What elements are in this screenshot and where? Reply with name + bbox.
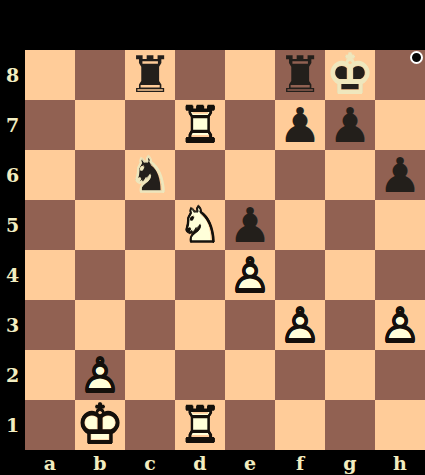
file-label-h: h [375, 450, 425, 475]
white-pawn-outline-icon: ♙ [75, 350, 125, 400]
square-e1[interactable] [225, 400, 275, 450]
square-d2[interactable] [175, 350, 225, 400]
square-c3[interactable] [125, 300, 175, 350]
white-rook-outline-icon: ♖ [175, 100, 225, 150]
square-f1[interactable] [275, 400, 325, 450]
white-pawn-glyph-icon: ♟ [75, 350, 125, 400]
square-b8[interactable] [75, 50, 125, 100]
rank-label-2: 2 [0, 350, 25, 400]
square-b5[interactable] [75, 200, 125, 250]
rank-label-6: 6 [0, 150, 25, 200]
piece-white-pawn-b2[interactable]: ♟♙ [75, 350, 125, 400]
square-h6[interactable]: ♟♙ [375, 150, 425, 200]
piece-black-pawn-f7[interactable]: ♟♙ [275, 100, 325, 150]
square-g2[interactable] [325, 350, 375, 400]
square-e5[interactable]: ♟♙ [225, 200, 275, 250]
black-king-glyph-icon: ♚ [325, 50, 375, 100]
square-c8[interactable]: ♜♖ [125, 50, 175, 100]
piece-black-rook-f8[interactable]: ♜♖ [275, 50, 325, 100]
square-c1[interactable] [125, 400, 175, 450]
black-rook-glyph-icon: ♜ [125, 50, 175, 100]
square-h3[interactable]: ♟♙ [375, 300, 425, 350]
rank-label-5: 5 [0, 200, 25, 250]
rank-label-3: 3 [0, 300, 25, 350]
white-pawn-outline-icon: ♙ [375, 300, 425, 350]
square-g1[interactable] [325, 400, 375, 450]
square-d4[interactable] [175, 250, 225, 300]
square-f5[interactable] [275, 200, 325, 250]
square-a1[interactable] [25, 400, 75, 450]
square-d8[interactable] [175, 50, 225, 100]
chess-board: ♜♖♜♖♚♔♜♖♟♙♟♙♞♘♟♙♞♘♟♙♟♙♟♙♟♙♟♙♚♔♜♖ [25, 50, 425, 450]
piece-white-pawn-e4[interactable]: ♟♙ [225, 250, 275, 300]
square-b4[interactable] [75, 250, 125, 300]
black-knight-glyph-icon: ♞ [125, 150, 175, 200]
square-a2[interactable] [25, 350, 75, 400]
white-pawn-glyph-icon: ♟ [225, 250, 275, 300]
square-g5[interactable] [325, 200, 375, 250]
file-label-c: c [125, 450, 175, 475]
square-g4[interactable] [325, 250, 375, 300]
square-e4[interactable]: ♟♙ [225, 250, 275, 300]
white-rook-glyph-icon: ♜ [175, 400, 225, 450]
square-a8[interactable] [25, 50, 75, 100]
chess-diagram-canvas: 87654321 ♜♖♜♖♚♔♜♖♟♙♟♙♞♘♟♙♞♘♟♙♟♙♟♙♟♙♟♙♚♔♜… [0, 0, 425, 475]
square-f8[interactable]: ♜♖ [275, 50, 325, 100]
rank-label-1: 1 [0, 400, 25, 450]
square-e8[interactable] [225, 50, 275, 100]
square-e6[interactable] [225, 150, 275, 200]
square-a4[interactable] [25, 250, 75, 300]
square-g7[interactable]: ♟♙ [325, 100, 375, 150]
file-label-g: g [325, 450, 375, 475]
black-rook-glyph-icon: ♜ [275, 50, 325, 100]
square-d7[interactable]: ♜♖ [175, 100, 225, 150]
file-label-e: e [225, 450, 275, 475]
piece-black-knight-c6[interactable]: ♞♘ [125, 150, 175, 200]
square-b6[interactable] [75, 150, 125, 200]
piece-white-knight-d5[interactable]: ♞♘ [175, 200, 225, 250]
square-d3[interactable] [175, 300, 225, 350]
white-knight-outline-icon: ♘ [175, 200, 225, 250]
rank-labels: 87654321 [0, 50, 25, 450]
square-e2[interactable] [225, 350, 275, 400]
square-a6[interactable] [25, 150, 75, 200]
square-e7[interactable] [225, 100, 275, 150]
square-h1[interactable] [375, 400, 425, 450]
square-b1[interactable]: ♚♔ [75, 400, 125, 450]
black-knight-outline-icon: ♘ [125, 150, 175, 200]
white-pawn-glyph-icon: ♟ [275, 300, 325, 350]
square-f7[interactable]: ♟♙ [275, 100, 325, 150]
piece-black-pawn-h6[interactable]: ♟♙ [375, 150, 425, 200]
black-to-move-dot-icon [410, 51, 423, 64]
black-pawn-glyph-icon: ♟ [275, 100, 325, 150]
square-f3[interactable]: ♟♙ [275, 300, 325, 350]
square-a3[interactable] [25, 300, 75, 350]
piece-black-pawn-e5[interactable]: ♟♙ [225, 200, 275, 250]
white-pawn-outline-icon: ♙ [275, 300, 325, 350]
square-c4[interactable] [125, 250, 175, 300]
white-rook-glyph-icon: ♜ [175, 100, 225, 150]
square-a7[interactable] [25, 100, 75, 150]
square-b7[interactable] [75, 100, 125, 150]
square-g3[interactable] [325, 300, 375, 350]
piece-white-rook-d7[interactable]: ♜♖ [175, 100, 225, 150]
piece-white-pawn-f3[interactable]: ♟♙ [275, 300, 325, 350]
square-c2[interactable] [125, 350, 175, 400]
file-label-f: f [275, 450, 325, 475]
square-f4[interactable] [275, 250, 325, 300]
piece-white-rook-d1[interactable]: ♜♖ [175, 400, 225, 450]
square-h5[interactable] [375, 200, 425, 250]
square-h2[interactable] [375, 350, 425, 400]
square-b2[interactable]: ♟♙ [75, 350, 125, 400]
black-pawn-glyph-icon: ♟ [325, 100, 375, 150]
piece-black-pawn-g7[interactable]: ♟♙ [325, 100, 375, 150]
square-g8[interactable]: ♚♔ [325, 50, 375, 100]
square-b3[interactable] [75, 300, 125, 350]
piece-white-pawn-h3[interactable]: ♟♙ [375, 300, 425, 350]
square-c6[interactable]: ♞♘ [125, 150, 175, 200]
square-c7[interactable] [125, 100, 175, 150]
file-label-a: a [25, 450, 75, 475]
piece-white-king-b1[interactable]: ♚♔ [75, 400, 125, 450]
white-pawn-glyph-icon: ♟ [375, 300, 425, 350]
white-pawn-outline-icon: ♙ [225, 250, 275, 300]
rank-label-4: 4 [0, 250, 25, 300]
square-f6[interactable] [275, 150, 325, 200]
piece-black-rook-c8[interactable]: ♜♖ [125, 50, 175, 100]
white-rook-outline-icon: ♖ [175, 400, 225, 450]
white-knight-glyph-icon: ♞ [175, 200, 225, 250]
square-h7[interactable] [375, 100, 425, 150]
square-a5[interactable] [25, 200, 75, 250]
black-pawn-glyph-icon: ♟ [375, 150, 425, 200]
white-king-outline-icon: ♔ [75, 400, 125, 450]
square-d1[interactable]: ♜♖ [175, 400, 225, 450]
file-labels: abcdefgh [25, 450, 425, 475]
square-d6[interactable] [175, 150, 225, 200]
square-e3[interactable] [225, 300, 275, 350]
square-h4[interactable] [375, 250, 425, 300]
black-pawn-glyph-icon: ♟ [225, 200, 275, 250]
black-king-outline-icon: ♔ [325, 50, 375, 100]
file-label-d: d [175, 450, 225, 475]
square-d5[interactable]: ♞♘ [175, 200, 225, 250]
square-f2[interactable] [275, 350, 325, 400]
piece-black-king-g8[interactable]: ♚♔ [325, 50, 375, 100]
white-king-glyph-icon: ♚ [75, 400, 125, 450]
square-c5[interactable] [125, 200, 175, 250]
rank-label-8: 8 [0, 50, 25, 100]
file-label-b: b [75, 450, 125, 475]
rank-label-7: 7 [0, 100, 25, 150]
square-g6[interactable] [325, 150, 375, 200]
